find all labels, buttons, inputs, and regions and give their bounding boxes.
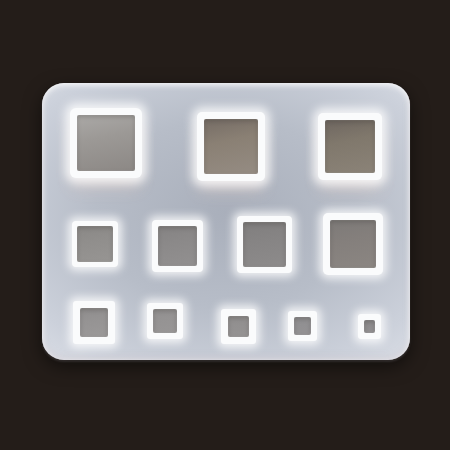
photo-backdrop [0, 0, 450, 450]
cavity-medium-2 [152, 220, 203, 272]
cavity-small-2 [147, 303, 183, 339]
cavity-floor [228, 316, 249, 337]
cavity-floor [364, 320, 375, 333]
cavity-floor [204, 119, 258, 174]
cavity-floor [153, 309, 177, 333]
cavity-floor [294, 317, 311, 335]
cavity-floor [330, 220, 376, 268]
cavity-medium-1 [72, 221, 118, 267]
cavity-large-1 [70, 108, 142, 178]
cavity-floor [80, 308, 108, 337]
cavity-floor [77, 226, 113, 262]
cavity-small-1 [73, 301, 115, 344]
cavity-small-4 [288, 311, 317, 341]
cavity-medium-4 [323, 213, 383, 275]
cavity-small-5 [358, 314, 381, 339]
cavity-floor [77, 115, 135, 171]
cavity-large-2 [197, 112, 265, 181]
cavity-large-3 [318, 113, 382, 180]
cavity-floor [158, 226, 197, 266]
cavity-medium-3 [237, 216, 292, 273]
cavity-floor [325, 120, 375, 173]
cavity-small-3 [221, 309, 256, 344]
cavity-floor [243, 222, 286, 267]
